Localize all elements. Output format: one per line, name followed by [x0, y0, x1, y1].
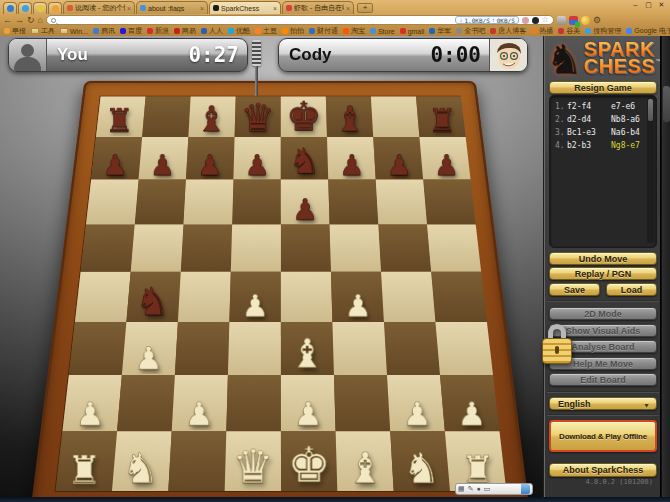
black-rook[interactable]: ♜ [419, 104, 465, 136]
move-row[interactable]: 1.f2-f4e7-e6 [555, 100, 654, 113]
close-button[interactable]: ✕ [657, 1, 666, 9]
ime-toolbar[interactable]: ▦ ✎ ● ▭ [455, 483, 533, 495]
folder-icon [31, 28, 39, 34]
pinned-tab-2[interactable] [18, 2, 32, 14]
bookmark-item[interactable]: 淘宝 [343, 26, 365, 36]
bar-divider-rod [255, 66, 258, 96]
bookmark-favicon [531, 28, 537, 34]
bookmark-label: Win... [70, 28, 88, 35]
bookmark-label: 淘宝 [351, 26, 365, 36]
bookmark-star-icon[interactable]: ☆ [542, 16, 549, 24]
square-f3[interactable] [332, 322, 387, 375]
cody-avatar-image [490, 39, 527, 71]
bookmark-favicon [429, 28, 435, 34]
pinned-tab-3[interactable] [33, 2, 47, 14]
browser-scroll-thumb[interactable] [663, 86, 670, 122]
white-pawn[interactable]: ♟ [281, 398, 336, 431]
bookmark-label: 工具 [41, 26, 55, 36]
forward-icon[interactable]: → [15, 15, 24, 25]
browser-toolbar: ← → ↻ ⌂ ↓ 1.0KB/S ↑ 0KB/S ☆ [0, 14, 670, 26]
square-g5[interactable] [378, 224, 431, 271]
black-pawn[interactable]: ♟ [139, 151, 186, 179]
bookmark-label: 财付通 [317, 26, 338, 36]
download-play-offline-button[interactable]: Download & Play Offline [549, 420, 657, 452]
bookmark-item[interactable]: 搜狗管理 [585, 26, 621, 36]
black-knight[interactable]: ♞ [127, 283, 178, 321]
white-pawn[interactable]: ♟ [390, 398, 445, 431]
white-clock: 0:27 [188, 43, 247, 67]
ime-dot-icon[interactable]: ● [477, 485, 481, 493]
square-a1[interactable]: ♜ [56, 431, 117, 491]
extension-round-icon[interactable] [581, 16, 590, 25]
white-bishop[interactable]: ♝ [281, 334, 334, 374]
tab-favicon [67, 5, 73, 11]
bookmark-item[interactable]: 优酷 [228, 26, 250, 36]
bookmark-item[interactable]: 工具 [31, 26, 55, 36]
white-pawn[interactable]: ♟ [445, 398, 500, 431]
square-g7[interactable]: ♟ [373, 137, 423, 180]
bookmark-favicon [400, 28, 406, 34]
download-speed: 1.0KB/S [464, 17, 489, 24]
bookmark-item[interactable]: 热播 [531, 26, 553, 36]
square-d7[interactable]: ♟ [233, 137, 280, 180]
square-a7[interactable]: ♟ [91, 137, 142, 180]
square-c7[interactable]: ♟ [186, 137, 235, 180]
bookmark-label: Store [378, 28, 395, 35]
bar-divider-spring [252, 40, 261, 66]
bookmark-item[interactable]: Google 电子书店 [626, 26, 670, 36]
bookmark-item[interactable]: 百度 [120, 26, 142, 36]
square-d6[interactable] [232, 180, 281, 225]
language-dropdown[interactable]: English ▼ [549, 397, 657, 410]
sidebar-divider [547, 391, 659, 393]
bookmark-item[interactable]: 唐人博客 [490, 26, 526, 36]
move-row[interactable]: 3.Bc1-e3Na6-b4 [555, 126, 654, 139]
square-b3[interactable]: ♟ [122, 322, 178, 375]
square-f2[interactable] [334, 375, 390, 431]
square-e8[interactable]: ♚ [281, 97, 327, 137]
bookmark-item[interactable]: 华军 [429, 26, 451, 36]
tab-close-icon[interactable]: × [200, 5, 204, 12]
bookmark-label: 优酷 [236, 26, 250, 36]
white-avatar [9, 39, 47, 71]
tab-label: SparkChess [221, 5, 271, 12]
chevron-down-icon: ▼ [643, 400, 650, 412]
tab-favicon [140, 5, 146, 11]
square-d2[interactable] [226, 375, 281, 431]
tab-label: 说阅读 - 您的个性化杂志 [75, 3, 125, 13]
black-pawn[interactable]: ♟ [376, 151, 423, 179]
square-b4[interactable]: ♞ [126, 272, 180, 322]
square-c3[interactable] [175, 322, 230, 375]
home-icon[interactable]: ⌂ [38, 15, 43, 25]
bookmark-favicon [174, 28, 180, 34]
black-avatar [489, 39, 527, 71]
avatar-silhouette-icon [21, 44, 34, 57]
square-b8[interactable] [142, 97, 191, 137]
upload-speed: 0KB/S [497, 17, 515, 24]
move-number: 1. [555, 100, 567, 113]
black-move: Ng8-e7 [611, 139, 649, 152]
bookmark-favicon [626, 28, 632, 34]
bookmark-item[interactable]: 网易 [174, 26, 196, 36]
square-f7[interactable]: ♟ [327, 137, 376, 180]
bookmark-label: 华军 [437, 26, 451, 36]
square-h2[interactable]: ♟ [440, 375, 499, 431]
bookmark-favicon [93, 28, 99, 34]
move-list-scroll-thumb[interactable] [648, 99, 653, 121]
square-c4[interactable] [178, 272, 231, 322]
square-c6[interactable] [183, 180, 233, 225]
black-pawn[interactable]: ♟ [423, 151, 470, 179]
tab-about-flags[interactable]: about :flags× [136, 1, 208, 14]
bookmark-label: 腾讯 [101, 26, 115, 36]
square-b5[interactable] [131, 224, 184, 271]
bookmarks-bar: 早报工具Win...腾讯百度新浪网易人人优酷土豆拍拍财付通淘宝Storegmai… [0, 26, 670, 36]
tab-sparkchess[interactable]: SparkChess× [209, 1, 281, 14]
square-b1[interactable]: ♞ [112, 431, 172, 491]
browser-window: 说阅读 - 您的个性化杂志×about :flags×SparkChess×虾歌… [0, 0, 670, 502]
pinned-tab-1[interactable] [3, 2, 17, 14]
player-bar-black: Cody 0:00 [278, 38, 528, 72]
ime-pen-icon[interactable]: ✎ [468, 485, 474, 493]
bookmark-favicon [228, 28, 234, 34]
move-row[interactable]: 2.d2-d4Nb8-a6 [555, 113, 654, 126]
bookmark-item[interactable]: Store [370, 28, 395, 35]
white-pawn[interactable]: ♟ [332, 290, 383, 321]
square-g8[interactable] [371, 97, 420, 137]
2d-mode-button[interactable]: 2D Mode [549, 307, 657, 320]
bookmark-item[interactable]: 早报 [4, 26, 26, 36]
black-king[interactable]: ♚ [281, 97, 327, 137]
extension-downloads-icon[interactable] [569, 16, 578, 25]
download-arrow-icon: ↓ [459, 17, 462, 23]
bookmark-label: 谷美 [566, 26, 580, 36]
white-move: b2-b3 [567, 139, 611, 152]
square-b6[interactable] [135, 180, 186, 225]
bookmark-label: 金书吧 [464, 26, 485, 36]
square-g4[interactable] [381, 272, 435, 322]
refresh-icon[interactable]: ↻ [27, 15, 35, 25]
upload-arrow-icon: ↑ [492, 17, 495, 23]
logo-word-chess: CHESS [584, 55, 655, 77]
browser-chrome: 说阅读 - 您的个性化杂志×about :flags×SparkChess×虾歌… [0, 0, 670, 36]
bookmark-item[interactable]: gmail [400, 28, 425, 35]
bookmark-favicon [558, 28, 564, 34]
square-f8[interactable]: ♝ [326, 97, 373, 137]
padlock-keyhole [555, 346, 559, 354]
bookmark-favicon [585, 28, 591, 34]
chess-board: ♜♝♛♚♝♜♟♟♟♟♞♟♟♟♟♞♟♟♟♝♟♟♟♟♟♜♞♛♚♝♞♜ [55, 96, 506, 492]
bookmark-label: 早报 [12, 26, 26, 36]
tab-favicon [286, 5, 292, 11]
bookmark-label: 土豆 [263, 26, 277, 36]
square-f6[interactable] [328, 180, 378, 225]
sidebar-divider [547, 300, 659, 302]
square-d3[interactable] [228, 322, 281, 375]
black-pawn[interactable]: ♟ [233, 151, 280, 179]
square-e6[interactable]: ♟ [281, 180, 330, 225]
black-bishop[interactable]: ♝ [327, 102, 373, 137]
square-f1[interactable]: ♝ [336, 431, 394, 491]
white-bishop[interactable]: ♝ [337, 447, 393, 489]
page-action-icon[interactable] [522, 17, 529, 24]
square-f4[interactable]: ♟ [331, 272, 384, 322]
square-g1[interactable]: ♞ [390, 431, 450, 491]
bookmark-label: 搜狗管理 [593, 26, 621, 36]
pinned-tab-favicon [7, 5, 14, 12]
bookmark-item[interactable]: 腾讯 [93, 26, 115, 36]
bookmark-label: 新浪 [155, 26, 169, 36]
bookmark-item[interactable]: Win... [60, 28, 88, 35]
replay-pgn-button[interactable]: Replay / PGN [549, 267, 657, 280]
square-a3[interactable] [69, 322, 127, 375]
tab--[interactable]: 虾歌 - 自由自在听音乐× [282, 1, 354, 14]
square-h4[interactable] [431, 272, 487, 322]
square-h7[interactable]: ♟ [419, 137, 470, 180]
extension-icons: ⚙ [557, 16, 601, 25]
white-pawn[interactable]: ♟ [229, 290, 280, 321]
black-pawn[interactable]: ♟ [328, 151, 375, 179]
browser-scrollbar[interactable] [661, 36, 670, 502]
white-knight[interactable]: ♞ [112, 448, 168, 489]
tab-label: 虾歌 - 自由自在听音乐 [294, 3, 344, 13]
load-button[interactable]: Load [606, 283, 657, 296]
white-queen[interactable]: ♛ [225, 443, 281, 489]
language-value: English [558, 399, 591, 409]
black-bishop[interactable]: ♝ [189, 102, 235, 137]
square-c1[interactable] [168, 431, 226, 491]
square-d5[interactable] [231, 224, 281, 271]
bookmark-item[interactable]: 土豆 [255, 26, 277, 36]
sparkchess-logo: ♞ SPARK CHESS™ [546, 38, 660, 80]
save-button[interactable]: Save [549, 283, 600, 296]
board-frame: ♜♝♛♚♝♜♟♟♟♟♞♟♟♟♟♞♟♟♟♝♟♟♟♟♟♜♞♛♚♝♞♜ [30, 81, 530, 502]
square-h3[interactable] [435, 322, 493, 375]
back-icon[interactable]: ← [3, 15, 12, 25]
bookmark-favicon [343, 28, 349, 34]
bookmark-item[interactable]: 财付通 [309, 26, 338, 36]
square-a4[interactable] [75, 272, 131, 322]
board-tilt: ♜♝♛♚♝♜♟♟♟♟♞♟♟♟♟♞♟♟♟♝♟♟♟♟♟♜♞♛♚♝♞♜ [30, 81, 530, 502]
tab--[interactable]: 说阅读 - 您的个性化杂志× [63, 1, 135, 14]
bookmark-label: 唐人博客 [498, 26, 526, 36]
bookmark-label: gmail [408, 28, 425, 35]
move-number: 4. [555, 139, 567, 152]
square-h8[interactable]: ♜ [416, 97, 466, 137]
bookmark-favicon [370, 28, 376, 34]
square-c5[interactable] [181, 224, 232, 271]
tab-label: about :flags [148, 5, 198, 12]
bookmark-label: Google 电子书店 [634, 26, 670, 36]
game-sidebar: ♞ SPARK CHESS™ Resign Game 1.f2-f4e7-e62… [543, 36, 660, 498]
tab-close-icon[interactable]: × [346, 5, 350, 12]
bottom-edge [0, 497, 670, 502]
bookmark-favicon [147, 28, 153, 34]
trademark: ™ [655, 58, 660, 64]
avatar-silhouette-body [14, 57, 41, 71]
bookmark-label: 人人 [209, 26, 223, 36]
search-icon [51, 18, 56, 23]
square-e2[interactable]: ♟ [281, 375, 336, 431]
extension-grid-icon[interactable] [557, 16, 566, 25]
pinned-tab-favicon [37, 5, 44, 12]
bookmark-item[interactable]: 拍拍 [282, 26, 304, 36]
pinned-tab-4[interactable] [48, 2, 62, 14]
bookmark-label: 百度 [128, 26, 142, 36]
bookmark-favicon [456, 28, 462, 34]
bookmark-favicon [201, 28, 207, 34]
ime-handle[interactable] [521, 484, 530, 494]
square-d4[interactable]: ♟ [229, 272, 281, 322]
white-pawn[interactable]: ♟ [172, 398, 227, 431]
tab-favicon [213, 5, 219, 11]
undo-move-button[interactable]: Undo Move [549, 252, 657, 265]
bookmark-favicon [309, 28, 315, 34]
black-queen[interactable]: ♛ [235, 99, 281, 137]
square-e7[interactable]: ♞ [281, 137, 328, 180]
move-row[interactable]: 4.b2-b3Ng8-e7 [555, 139, 654, 152]
network-speed-indicator: ↓ 1.0KB/S ↑ 0KB/S [455, 16, 518, 24]
square-g3[interactable] [384, 322, 440, 375]
game-area: ♜♝♛♚♝♜♟♟♟♟♞♟♟♟♟♞♟♟♟♝♟♟♟♟♟♜♞♛♚♝♞♜ You 0:2… [0, 36, 660, 502]
square-g2[interactable]: ♟ [387, 375, 445, 431]
chess-board-scene: ♜♝♛♚♝♜♟♟♟♟♞♟♟♟♟♞♟♟♟♝♟♟♟♟♟♜♞♛♚♝♞♜ [22, 80, 538, 500]
bookmark-item[interactable]: 金书吧 [456, 26, 485, 36]
pinned-tab-favicon [52, 5, 59, 12]
move-number: 2. [555, 113, 567, 126]
new-tab-button[interactable]: + [357, 3, 373, 13]
tab-close-icon[interactable]: × [273, 5, 277, 12]
white-rook[interactable]: ♜ [56, 450, 112, 489]
white-knight[interactable]: ♞ [393, 448, 449, 489]
square-h6[interactable] [423, 180, 476, 225]
user-icon[interactable] [532, 17, 539, 24]
white-king[interactable]: ♚ [281, 441, 337, 489]
white-player-name: You [47, 45, 188, 65]
square-b2[interactable] [117, 375, 175, 431]
black-rook[interactable]: ♜ [96, 104, 142, 136]
square-a6[interactable] [86, 180, 139, 225]
bookmark-favicon [255, 28, 261, 34]
square-e5[interactable] [281, 224, 331, 271]
square-f5[interactable] [330, 224, 381, 271]
ime-grid-icon[interactable]: ▦ [458, 485, 465, 493]
bookmark-favicon [282, 28, 288, 34]
white-pawn[interactable]: ♟ [63, 398, 118, 431]
bookmark-favicon [4, 28, 10, 34]
move-list[interactable]: 1.f2-f4e7-e62.d2-d4Nb8-a63.Bc1-e3Na6-b44… [549, 95, 657, 248]
black-move: e7-e6 [611, 100, 649, 113]
white-move: f2-f4 [567, 100, 611, 113]
version-label: 4.8.0.2 (101208) [586, 478, 653, 486]
square-g6[interactable] [376, 180, 427, 225]
black-pawn[interactable]: ♟ [91, 151, 138, 179]
edit-board-button[interactable]: Edit Board [549, 373, 657, 386]
black-clock: 0:00 [430, 43, 489, 67]
maximize-button[interactable]: ▢ [644, 1, 653, 9]
black-move: Nb8-a6 [611, 113, 649, 126]
window-controls: –▢✕ [631, 1, 666, 9]
bookmark-item[interactable]: 谷美 [558, 26, 580, 36]
bookmark-favicon [490, 28, 496, 34]
black-pawn[interactable]: ♟ [281, 195, 330, 224]
square-b7[interactable]: ♟ [139, 137, 189, 180]
square-h5[interactable] [427, 224, 481, 271]
player-bar-white: You 0:27 [8, 38, 248, 72]
square-e4[interactable] [281, 272, 333, 322]
white-move: Bc1-e3 [567, 126, 611, 139]
padlock-icon [542, 324, 572, 366]
black-knight[interactable]: ♞ [281, 144, 328, 179]
move-number: 3. [555, 126, 567, 139]
bookmark-item[interactable]: 人人 [201, 26, 223, 36]
square-c8[interactable]: ♝ [188, 97, 235, 137]
move-list-scrollbar[interactable] [647, 98, 654, 243]
square-d8[interactable]: ♛ [235, 97, 281, 137]
square-a2[interactable]: ♟ [62, 375, 121, 431]
bookmark-favicon [120, 28, 126, 34]
tab-strip: 说阅读 - 您的个性化杂志×about :flags×SparkChess×虾歌… [0, 0, 670, 14]
ime-keyboard-icon[interactable]: ▭ [484, 485, 491, 493]
minimize-button[interactable]: – [631, 1, 640, 9]
resign-game-button[interactable]: Resign Game [549, 81, 657, 94]
bookmark-label: 热播 [539, 26, 553, 36]
folder-icon [60, 28, 68, 34]
black-player-name: Cody [279, 45, 430, 65]
bookmark-label: 网易 [182, 26, 196, 36]
square-c2[interactable]: ♟ [172, 375, 228, 431]
sidebar-divider [547, 414, 659, 416]
bookmark-item[interactable]: 新浪 [147, 26, 169, 36]
black-pawn[interactable]: ♟ [186, 151, 233, 179]
square-a5[interactable] [81, 224, 135, 271]
square-e1[interactable]: ♚ [281, 431, 337, 491]
pinned-tab-favicon [22, 5, 29, 12]
address-bar[interactable]: ↓ 1.0KB/S ↑ 0KB/S ☆ [46, 15, 554, 25]
about-sparkchess-button[interactable]: About SparkChess [549, 463, 657, 477]
white-pawn[interactable]: ♟ [122, 342, 175, 374]
tab-close-icon[interactable]: × [127, 5, 131, 12]
settings-wrench-icon[interactable]: ⚙ [593, 16, 601, 25]
square-a8[interactable]: ♜ [96, 97, 146, 137]
black-move: Na6-b4 [611, 126, 649, 139]
square-d1[interactable]: ♛ [225, 431, 281, 491]
knight-logo-icon: ♞ [546, 39, 582, 79]
bookmark-label: 拍拍 [290, 26, 304, 36]
white-move: d2-d4 [567, 113, 611, 126]
square-e3[interactable]: ♝ [281, 322, 334, 375]
